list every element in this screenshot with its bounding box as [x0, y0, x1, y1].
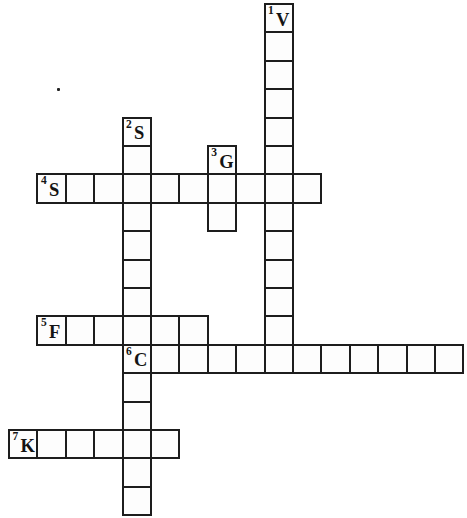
starter-letter-G: G	[219, 152, 233, 172]
cell-r6c10[interactable]	[292, 173, 322, 203]
cell-r17c4[interactable]	[122, 486, 152, 516]
cell-r8c4[interactable]	[122, 230, 152, 260]
cell-r12c6[interactable]	[178, 344, 208, 374]
clue-number-1: 1	[268, 5, 274, 17]
starter-letter-K: K	[21, 436, 35, 456]
cell-r9c9[interactable]	[264, 259, 294, 289]
crossword-grid: 1V2S3G4S5F6C7K	[8, 3, 464, 516]
cell-r6c4[interactable]	[122, 173, 152, 203]
cell-r2c9[interactable]	[264, 60, 294, 90]
cell-r15c1[interactable]	[36, 429, 66, 459]
cell-r6c8[interactable]	[235, 173, 265, 203]
cell-r0c9[interactable]: 1V	[264, 3, 294, 33]
cell-r7c7[interactable]	[207, 202, 237, 232]
cell-r15c5[interactable]	[150, 429, 180, 459]
cell-r7c4[interactable]	[122, 202, 152, 232]
cell-r12c14[interactable]	[406, 344, 436, 374]
cell-r11c4[interactable]	[122, 315, 152, 345]
cell-r11c3[interactable]	[93, 315, 123, 345]
cell-r12c13[interactable]	[377, 344, 407, 374]
cell-r12c9[interactable]	[264, 344, 294, 374]
cell-r11c1[interactable]: 5F	[36, 315, 66, 345]
starter-letter-S: S	[49, 180, 59, 200]
cell-r11c2[interactable]	[65, 315, 95, 345]
cell-r6c3[interactable]	[93, 173, 123, 203]
cell-r15c4[interactable]	[122, 429, 152, 459]
cell-r12c5[interactable]	[150, 344, 180, 374]
clue-number-7: 7	[13, 431, 19, 443]
cell-r6c6[interactable]	[178, 173, 208, 203]
cell-r15c2[interactable]	[65, 429, 95, 459]
clue-number-6: 6	[126, 346, 132, 358]
clue-number-5: 5	[41, 317, 47, 329]
starter-letter-S: S	[134, 123, 144, 143]
starter-letter-C: C	[134, 350, 147, 370]
cell-r15c0[interactable]: 7K	[8, 429, 38, 459]
cell-r8c9[interactable]	[264, 230, 294, 260]
clue-number-2: 2	[126, 119, 132, 131]
cell-r12c11[interactable]	[320, 344, 350, 374]
cell-r4c9[interactable]	[264, 117, 294, 147]
cell-r12c15[interactable]	[434, 344, 464, 374]
cell-r11c5[interactable]	[150, 315, 180, 345]
cell-r6c2[interactable]	[65, 173, 95, 203]
cell-r11c9[interactable]	[264, 315, 294, 345]
cell-r4c4[interactable]: 2S	[122, 117, 152, 147]
cell-r5c9[interactable]	[264, 145, 294, 175]
cell-r7c9[interactable]	[264, 202, 294, 232]
cell-r12c12[interactable]	[349, 344, 379, 374]
cell-r12c10[interactable]	[292, 344, 322, 374]
clue-number-4: 4	[41, 175, 47, 187]
cell-r14c4[interactable]	[122, 401, 152, 431]
cell-r10c4[interactable]	[122, 287, 152, 317]
cell-r6c9[interactable]	[264, 173, 294, 203]
cell-r13c4[interactable]	[122, 372, 152, 402]
cell-r5c4[interactable]	[122, 145, 152, 175]
cell-r12c7[interactable]	[207, 344, 237, 374]
cell-r12c8[interactable]	[235, 344, 265, 374]
clue-number-3: 3	[211, 147, 217, 159]
cell-r16c4[interactable]	[122, 457, 152, 487]
cell-r5c7[interactable]: 3G	[207, 145, 237, 175]
cell-r15c3[interactable]	[93, 429, 123, 459]
cell-r3c9[interactable]	[264, 88, 294, 118]
cell-r10c9[interactable]	[264, 287, 294, 317]
cell-r6c5[interactable]	[150, 173, 180, 203]
cell-r6c1[interactable]: 4S	[36, 173, 66, 203]
cell-r6c7[interactable]	[207, 173, 237, 203]
cell-r11c6[interactable]	[178, 315, 208, 345]
cell-r12c4[interactable]: 6C	[122, 344, 152, 374]
cell-r1c9[interactable]	[264, 31, 294, 61]
starter-letter-F: F	[49, 322, 60, 342]
scan-speck	[57, 88, 60, 91]
cell-r9c4[interactable]	[122, 259, 152, 289]
starter-letter-V: V	[276, 10, 289, 30]
